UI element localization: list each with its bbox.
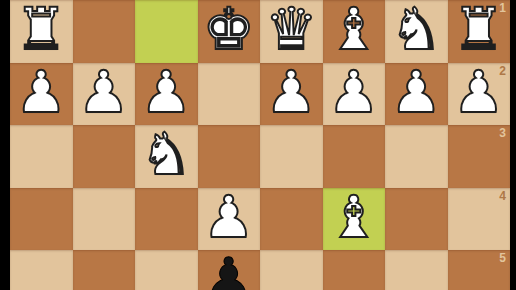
white-bishop-icon[interactable]: ♝ — [328, 188, 380, 246]
video-frame: ♜♚♛♝♞♜1♟♟♟♟♟♟♟2♞3♟♝4♟5 — [0, 0, 516, 290]
chess-board-grid: ♜♚♛♝♞♜1♟♟♟♟♟♟♟2♞3♟♝4♟5 — [10, 0, 510, 290]
square-h5[interactable] — [10, 250, 73, 290]
square-a2[interactable]: ♟2 — [448, 63, 511, 126]
square-b2[interactable]: ♟ — [385, 63, 448, 126]
square-e4[interactable]: ♟ — [198, 188, 261, 251]
white-pawn-icon[interactable]: ♟ — [78, 63, 130, 121]
rank-label-5: 5 — [499, 251, 506, 265]
square-g2[interactable]: ♟ — [73, 63, 136, 126]
square-c1[interactable]: ♝ — [323, 0, 386, 63]
square-h3[interactable] — [10, 125, 73, 188]
square-a1[interactable]: ♜1 — [448, 0, 511, 63]
white-king-icon[interactable]: ♚ — [203, 0, 255, 58]
white-pawn-icon[interactable]: ♟ — [453, 63, 505, 121]
black-pawn-icon[interactable]: ♟ — [203, 250, 255, 290]
chess-board: ♜♚♛♝♞♜1♟♟♟♟♟♟♟2♞3♟♝4♟5 — [10, 0, 510, 290]
square-g4[interactable] — [73, 188, 136, 251]
rank-label-3: 3 — [499, 126, 506, 140]
white-pawn-icon[interactable]: ♟ — [390, 63, 442, 121]
white-pawn-icon[interactable]: ♟ — [265, 63, 317, 121]
square-e1[interactable]: ♚ — [198, 0, 261, 63]
square-d5[interactable] — [260, 250, 323, 290]
square-h1[interactable]: ♜ — [10, 0, 73, 63]
square-h2[interactable]: ♟ — [10, 63, 73, 126]
square-a3[interactable]: 3 — [448, 125, 511, 188]
square-b3[interactable] — [385, 125, 448, 188]
square-f3[interactable]: ♞ — [135, 125, 198, 188]
white-knight-icon[interactable]: ♞ — [390, 0, 442, 58]
square-f2[interactable]: ♟ — [135, 63, 198, 126]
square-d4[interactable] — [260, 188, 323, 251]
square-e2[interactable] — [198, 63, 261, 126]
white-pawn-icon[interactable]: ♟ — [328, 63, 380, 121]
rank-label-1: 1 — [499, 1, 506, 15]
square-b1[interactable]: ♞ — [385, 0, 448, 63]
square-d3[interactable] — [260, 125, 323, 188]
square-f5[interactable] — [135, 250, 198, 290]
square-b4[interactable] — [385, 188, 448, 251]
square-c5[interactable] — [323, 250, 386, 290]
square-g1[interactable] — [73, 0, 136, 63]
square-e5[interactable]: ♟ — [198, 250, 261, 290]
square-g5[interactable] — [73, 250, 136, 290]
white-pawn-icon[interactable]: ♟ — [140, 63, 192, 121]
square-c3[interactable] — [323, 125, 386, 188]
square-a5[interactable]: 5 — [448, 250, 511, 290]
white-rook-icon[interactable]: ♜ — [453, 0, 505, 58]
square-e3[interactable] — [198, 125, 261, 188]
square-d1[interactable]: ♛ — [260, 0, 323, 63]
rank-label-4: 4 — [499, 189, 506, 203]
square-h4[interactable] — [10, 188, 73, 251]
square-b5[interactable] — [385, 250, 448, 290]
white-knight-icon[interactable]: ♞ — [140, 125, 192, 183]
white-rook-icon[interactable]: ♜ — [15, 0, 67, 58]
square-f1[interactable] — [135, 0, 198, 63]
square-c2[interactable]: ♟ — [323, 63, 386, 126]
rank-label-2: 2 — [499, 64, 506, 78]
square-c4[interactable]: ♝ — [323, 188, 386, 251]
white-queen-icon[interactable]: ♛ — [265, 0, 317, 58]
white-pawn-icon[interactable]: ♟ — [15, 63, 67, 121]
square-d2[interactable]: ♟ — [260, 63, 323, 126]
white-bishop-icon[interactable]: ♝ — [328, 0, 380, 58]
square-a4[interactable]: 4 — [448, 188, 511, 251]
square-f4[interactable] — [135, 188, 198, 251]
square-g3[interactable] — [73, 125, 136, 188]
white-pawn-icon[interactable]: ♟ — [203, 188, 255, 246]
